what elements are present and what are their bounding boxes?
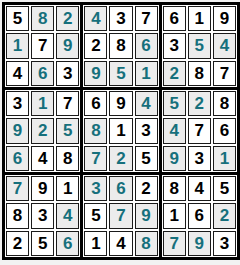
box-1: 582179463 bbox=[5, 5, 80, 87]
cell-r7c8[interactable]: 4 bbox=[188, 176, 211, 201]
box-3: 619354287 bbox=[162, 5, 237, 87]
cell-r5c8[interactable]: 7 bbox=[188, 118, 211, 143]
cell-r7c9[interactable]: 5 bbox=[213, 176, 236, 201]
cell-r2c3[interactable]: 9 bbox=[56, 33, 79, 58]
cell-r6c5[interactable]: 2 bbox=[109, 146, 132, 171]
cell-r8c1[interactable]: 8 bbox=[6, 203, 29, 228]
cell-r1c8[interactable]: 1 bbox=[188, 6, 211, 31]
cell-r4c9[interactable]: 8 bbox=[213, 91, 236, 116]
cell-r4c1[interactable]: 3 bbox=[6, 91, 29, 116]
box-6: 528476931 bbox=[162, 90, 237, 172]
cell-r5c2[interactable]: 2 bbox=[31, 118, 54, 143]
cell-r4c7[interactable]: 5 bbox=[163, 91, 186, 116]
cell-r5c5[interactable]: 1 bbox=[109, 118, 132, 143]
cell-r7c2[interactable]: 9 bbox=[31, 176, 54, 201]
cell-r7c4[interactable]: 3 bbox=[84, 176, 107, 201]
cell-r4c6[interactable]: 4 bbox=[135, 91, 158, 116]
cell-r3c7[interactable]: 2 bbox=[163, 61, 186, 86]
cell-r4c2[interactable]: 1 bbox=[31, 91, 54, 116]
cell-r7c7[interactable]: 8 bbox=[163, 176, 186, 201]
cell-r9c1[interactable]: 2 bbox=[6, 231, 29, 256]
cell-r8c6[interactable]: 9 bbox=[135, 203, 158, 228]
cell-r8c2[interactable]: 3 bbox=[31, 203, 54, 228]
cell-r1c1[interactable]: 5 bbox=[6, 6, 29, 31]
cell-r3c8[interactable]: 8 bbox=[188, 61, 211, 86]
cell-r3c1[interactable]: 4 bbox=[6, 61, 29, 86]
cell-r9c8[interactable]: 9 bbox=[188, 231, 211, 256]
cell-r3c3[interactable]: 3 bbox=[56, 61, 79, 86]
cell-r6c4[interactable]: 7 bbox=[84, 146, 107, 171]
cell-r4c8[interactable]: 2 bbox=[188, 91, 211, 116]
cell-r7c3[interactable]: 1 bbox=[56, 176, 79, 201]
cell-r6c1[interactable]: 6 bbox=[6, 146, 29, 171]
cell-r7c6[interactable]: 2 bbox=[135, 176, 158, 201]
cell-r3c2[interactable]: 6 bbox=[31, 61, 54, 86]
box-7: 791834256 bbox=[5, 175, 80, 257]
cell-r8c4[interactable]: 5 bbox=[84, 203, 107, 228]
cell-r9c9[interactable]: 3 bbox=[213, 231, 236, 256]
cell-r1c5[interactable]: 3 bbox=[109, 6, 132, 31]
cell-r9c4[interactable]: 1 bbox=[84, 231, 107, 256]
cell-r2c8[interactable]: 5 bbox=[188, 33, 211, 58]
cell-r5c6[interactable]: 3 bbox=[135, 118, 158, 143]
cell-r2c2[interactable]: 7 bbox=[31, 33, 54, 58]
cell-r3c6[interactable]: 1 bbox=[135, 61, 158, 86]
cell-r4c3[interactable]: 7 bbox=[56, 91, 79, 116]
cell-r6c2[interactable]: 4 bbox=[31, 146, 54, 171]
cell-r5c4[interactable]: 8 bbox=[84, 118, 107, 143]
cell-r5c3[interactable]: 5 bbox=[56, 118, 79, 143]
sudoku-board: 5821794634372869516193542873179256486948… bbox=[2, 2, 240, 260]
cell-r9c7[interactable]: 7 bbox=[163, 231, 186, 256]
box-5: 694813725 bbox=[83, 90, 158, 172]
cell-r6c8[interactable]: 3 bbox=[188, 146, 211, 171]
cell-r9c6[interactable]: 8 bbox=[135, 231, 158, 256]
cell-r6c9[interactable]: 1 bbox=[213, 146, 236, 171]
cell-r5c9[interactable]: 6 bbox=[213, 118, 236, 143]
cell-r2c9[interactable]: 4 bbox=[213, 33, 236, 58]
cell-r4c4[interactable]: 6 bbox=[84, 91, 107, 116]
box-4: 317925648 bbox=[5, 90, 80, 172]
cell-r3c4[interactable]: 9 bbox=[84, 61, 107, 86]
box-2: 437286951 bbox=[83, 5, 158, 87]
cell-r1c7[interactable]: 6 bbox=[163, 6, 186, 31]
cell-r6c6[interactable]: 5 bbox=[135, 146, 158, 171]
cell-r7c5[interactable]: 6 bbox=[109, 176, 132, 201]
cell-r1c3[interactable]: 2 bbox=[56, 6, 79, 31]
cell-r1c4[interactable]: 4 bbox=[84, 6, 107, 31]
cell-r2c7[interactable]: 3 bbox=[163, 33, 186, 58]
cell-r8c9[interactable]: 2 bbox=[213, 203, 236, 228]
cell-r2c6[interactable]: 6 bbox=[135, 33, 158, 58]
cell-r4c5[interactable]: 9 bbox=[109, 91, 132, 116]
cell-r8c3[interactable]: 4 bbox=[56, 203, 79, 228]
cell-r1c9[interactable]: 9 bbox=[213, 6, 236, 31]
cell-r9c3[interactable]: 6 bbox=[56, 231, 79, 256]
cell-r9c5[interactable]: 4 bbox=[109, 231, 132, 256]
cell-r8c7[interactable]: 1 bbox=[163, 203, 186, 228]
cell-r7c1[interactable]: 7 bbox=[6, 176, 29, 201]
cell-r8c8[interactable]: 6 bbox=[188, 203, 211, 228]
cell-r3c5[interactable]: 5 bbox=[109, 61, 132, 86]
box-9: 845162793 bbox=[162, 175, 237, 257]
cell-r1c6[interactable]: 7 bbox=[135, 6, 158, 31]
cell-r1c2[interactable]: 8 bbox=[31, 6, 54, 31]
cell-r9c2[interactable]: 5 bbox=[31, 231, 54, 256]
cell-r5c1[interactable]: 9 bbox=[6, 118, 29, 143]
cell-r2c1[interactable]: 1 bbox=[6, 33, 29, 58]
cell-r6c7[interactable]: 9 bbox=[163, 146, 186, 171]
cell-r5c7[interactable]: 4 bbox=[163, 118, 186, 143]
cell-r3c9[interactable]: 7 bbox=[213, 61, 236, 86]
cell-r8c5[interactable]: 7 bbox=[109, 203, 132, 228]
box-8: 362579148 bbox=[83, 175, 158, 257]
cell-r2c4[interactable]: 2 bbox=[84, 33, 107, 58]
cell-r2c5[interactable]: 8 bbox=[109, 33, 132, 58]
cell-r6c3[interactable]: 8 bbox=[56, 146, 79, 171]
